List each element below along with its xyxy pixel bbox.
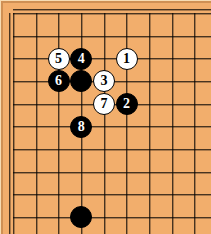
white-stone-7[interactable]: 7 (93, 93, 115, 115)
intersection-c5-r4: 3 (93, 70, 116, 93)
go-board-diagram: 54163728 (0, 0, 211, 234)
white-stone-5[interactable]: 5 (48, 48, 70, 70)
intersection-c4-r4 (70, 70, 93, 93)
black-stone-4[interactable]: 4 (70, 48, 92, 70)
stones-grid: 54163728 (2, 2, 206, 229)
intersection-c4-r3: 4 (70, 47, 93, 70)
intersection-c5-r5: 7 (93, 93, 116, 116)
black-stone-2[interactable]: 2 (116, 93, 138, 115)
black-stone[interactable] (70, 206, 92, 228)
intersection-c4-r6: 8 (70, 115, 93, 138)
black-stone[interactable] (70, 70, 92, 92)
intersection-c6-r5: 2 (115, 93, 138, 116)
black-stone-8[interactable]: 8 (70, 116, 92, 138)
board-bevel: 54163728 (1, 1, 211, 234)
intersection-c4-r10 (70, 206, 93, 229)
white-stone-3[interactable]: 3 (93, 70, 115, 92)
intersection-c3-r3: 5 (47, 47, 70, 70)
intersection-c3-r4: 6 (47, 70, 70, 93)
black-stone-6[interactable]: 6 (48, 70, 70, 92)
intersection-c6-r3: 1 (115, 47, 138, 70)
white-stone-1[interactable]: 1 (116, 48, 138, 70)
